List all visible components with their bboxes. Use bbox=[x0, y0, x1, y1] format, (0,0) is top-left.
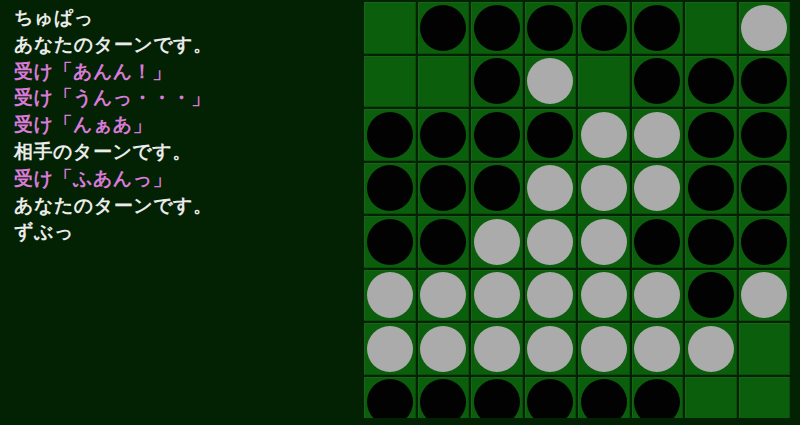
white-disc bbox=[634, 165, 680, 211]
cell-c3[interactable] bbox=[471, 109, 523, 161]
cell-g1[interactable] bbox=[685, 2, 737, 54]
white-disc bbox=[527, 219, 573, 265]
log-line-uke: 受け「ふあんっ」 bbox=[14, 165, 351, 192]
cell-f6[interactable] bbox=[632, 270, 684, 322]
white-disc bbox=[581, 165, 627, 211]
log-line: あなたのターンです。 bbox=[14, 31, 351, 58]
cell-d6[interactable] bbox=[525, 270, 577, 322]
white-disc bbox=[420, 272, 466, 318]
cell-f5[interactable] bbox=[632, 216, 684, 268]
log-line: 相手のターンです。 bbox=[14, 138, 351, 165]
log-line: あなたのターンです。 bbox=[14, 192, 351, 219]
cell-e4[interactable] bbox=[578, 163, 630, 215]
white-disc bbox=[581, 326, 627, 372]
cell-e6[interactable] bbox=[578, 270, 630, 322]
cell-e3[interactable] bbox=[578, 109, 630, 161]
black-disc bbox=[420, 5, 466, 51]
cell-b1[interactable] bbox=[418, 2, 470, 54]
white-disc bbox=[527, 165, 573, 211]
cell-a1[interactable] bbox=[364, 2, 416, 54]
cell-c5[interactable] bbox=[471, 216, 523, 268]
cell-f1[interactable] bbox=[632, 2, 684, 54]
cell-c2[interactable] bbox=[471, 56, 523, 108]
message-log: ちゅぱっあなたのターンです。受け「あんん！」受け「うんっ・・・」受け「んぁあ」相… bbox=[0, 0, 361, 425]
white-disc bbox=[634, 272, 680, 318]
black-disc bbox=[367, 112, 413, 158]
cell-f2[interactable] bbox=[632, 56, 684, 108]
cell-b8[interactable] bbox=[418, 377, 470, 419]
black-disc bbox=[688, 58, 734, 104]
cell-a3[interactable] bbox=[364, 109, 416, 161]
white-disc bbox=[634, 326, 680, 372]
black-disc bbox=[741, 58, 787, 104]
cell-d1[interactable] bbox=[525, 2, 577, 54]
cell-h4[interactable] bbox=[739, 163, 791, 215]
black-disc bbox=[741, 165, 787, 211]
white-disc bbox=[367, 272, 413, 318]
cell-a7[interactable] bbox=[364, 323, 416, 375]
white-disc bbox=[527, 326, 573, 372]
cell-h1[interactable] bbox=[739, 2, 791, 54]
log-line-uke: 受け「うんっ・・・」 bbox=[14, 84, 351, 111]
black-disc bbox=[527, 112, 573, 158]
cell-g4[interactable] bbox=[685, 163, 737, 215]
cell-b2[interactable] bbox=[418, 56, 470, 108]
black-disc bbox=[474, 58, 520, 104]
black-disc bbox=[634, 379, 680, 418]
cell-a6[interactable] bbox=[364, 270, 416, 322]
black-disc bbox=[367, 165, 413, 211]
log-line: ちゅぱっ bbox=[14, 4, 351, 31]
log-line-uke: 受け「んぁあ」 bbox=[14, 111, 351, 138]
cell-d5[interactable] bbox=[525, 216, 577, 268]
cell-h7[interactable] bbox=[739, 323, 791, 375]
cell-h2[interactable] bbox=[739, 56, 791, 108]
cell-e5[interactable] bbox=[578, 216, 630, 268]
white-disc bbox=[581, 112, 627, 158]
cell-f7[interactable] bbox=[632, 323, 684, 375]
log-line-uke: 受け「あんん！」 bbox=[14, 58, 351, 85]
black-disc bbox=[634, 219, 680, 265]
white-disc bbox=[367, 326, 413, 372]
white-disc bbox=[741, 272, 787, 318]
black-disc bbox=[741, 112, 787, 158]
cell-h3[interactable] bbox=[739, 109, 791, 161]
cell-b7[interactable] bbox=[418, 323, 470, 375]
cell-d8[interactable] bbox=[525, 377, 577, 419]
black-disc bbox=[741, 219, 787, 265]
cell-g6[interactable] bbox=[685, 270, 737, 322]
black-disc bbox=[420, 219, 466, 265]
black-disc bbox=[688, 165, 734, 211]
cell-e7[interactable] bbox=[578, 323, 630, 375]
black-disc bbox=[634, 58, 680, 104]
black-disc bbox=[474, 112, 520, 158]
cell-c7[interactable] bbox=[471, 323, 523, 375]
cell-c4[interactable] bbox=[471, 163, 523, 215]
white-disc bbox=[420, 326, 466, 372]
black-disc bbox=[474, 379, 520, 418]
cell-g3[interactable] bbox=[685, 109, 737, 161]
black-disc bbox=[527, 5, 573, 51]
cell-a8[interactable] bbox=[364, 377, 416, 419]
black-disc bbox=[367, 379, 413, 418]
cell-a5[interactable] bbox=[364, 216, 416, 268]
white-disc bbox=[474, 219, 520, 265]
cell-e2[interactable] bbox=[578, 56, 630, 108]
cell-g2[interactable] bbox=[685, 56, 737, 108]
cell-b4[interactable] bbox=[418, 163, 470, 215]
black-disc bbox=[420, 379, 466, 418]
white-disc bbox=[634, 112, 680, 158]
black-disc bbox=[688, 272, 734, 318]
black-disc bbox=[420, 165, 466, 211]
cell-f3[interactable] bbox=[632, 109, 684, 161]
cell-h5[interactable] bbox=[739, 216, 791, 268]
black-disc bbox=[474, 5, 520, 51]
white-disc bbox=[688, 326, 734, 372]
cell-b3[interactable] bbox=[418, 109, 470, 161]
cell-a2[interactable] bbox=[364, 56, 416, 108]
cell-g5[interactable] bbox=[685, 216, 737, 268]
black-disc bbox=[581, 379, 627, 418]
white-disc bbox=[741, 5, 787, 51]
white-disc bbox=[581, 219, 627, 265]
cell-d2[interactable] bbox=[525, 56, 577, 108]
cell-e1[interactable] bbox=[578, 2, 630, 54]
log-line: ずぶっ bbox=[14, 218, 351, 245]
cell-b5[interactable] bbox=[418, 216, 470, 268]
cell-f4[interactable] bbox=[632, 163, 684, 215]
white-disc bbox=[474, 272, 520, 318]
black-disc bbox=[367, 219, 413, 265]
reversi-board bbox=[361, 0, 790, 418]
black-disc bbox=[634, 5, 680, 51]
cell-c6[interactable] bbox=[471, 270, 523, 322]
cell-f8[interactable] bbox=[632, 377, 684, 419]
black-disc bbox=[527, 379, 573, 418]
white-disc bbox=[581, 272, 627, 318]
cell-c8[interactable] bbox=[471, 377, 523, 419]
cell-b6[interactable] bbox=[418, 270, 470, 322]
black-disc bbox=[581, 5, 627, 51]
black-disc bbox=[688, 219, 734, 265]
white-disc bbox=[527, 272, 573, 318]
cell-d7[interactable] bbox=[525, 323, 577, 375]
cell-e8[interactable] bbox=[578, 377, 630, 419]
cell-d3[interactable] bbox=[525, 109, 577, 161]
cell-h6[interactable] bbox=[739, 270, 791, 322]
cell-h8[interactable] bbox=[739, 377, 791, 419]
cell-a4[interactable] bbox=[364, 163, 416, 215]
black-disc bbox=[688, 112, 734, 158]
cell-c1[interactable] bbox=[471, 2, 523, 54]
cell-g8[interactable] bbox=[685, 377, 737, 419]
white-disc bbox=[474, 326, 520, 372]
black-disc bbox=[420, 112, 466, 158]
cell-g7[interactable] bbox=[685, 323, 737, 375]
black-disc bbox=[474, 165, 520, 211]
white-disc bbox=[527, 58, 573, 104]
cell-d4[interactable] bbox=[525, 163, 577, 215]
